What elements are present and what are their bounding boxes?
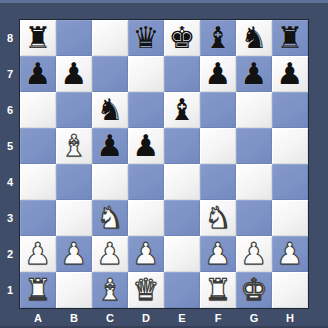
square-b8[interactable] (56, 20, 92, 56)
white-rook: ♜ (205, 272, 232, 308)
white-knight: ♞ (97, 200, 124, 236)
black-knight: ♞ (97, 92, 124, 128)
black-bishop: ♝ (169, 92, 196, 128)
black-pawn: ♟ (61, 56, 88, 92)
rank-label-5: 5 (0, 128, 20, 164)
square-g7[interactable]: ♟ (236, 56, 272, 92)
square-h3[interactable] (272, 200, 308, 236)
square-b6[interactable] (56, 92, 92, 128)
square-h1[interactable] (272, 272, 308, 308)
square-a1[interactable]: ♜ (20, 272, 56, 308)
square-f1[interactable]: ♜ (200, 272, 236, 308)
white-pawn: ♟ (133, 236, 160, 272)
chess-board: ♜♛♚♝♞♜♟♟♟♟♟♞♝♝♟♟♞♞♟♟♟♟♟♟♟♜♝♛♜♚ (20, 20, 308, 308)
square-c6[interactable]: ♞ (92, 92, 128, 128)
square-h4[interactable] (272, 164, 308, 200)
rank-label-3: 3 (0, 200, 20, 236)
square-g4[interactable] (236, 164, 272, 200)
square-e6[interactable]: ♝ (164, 92, 200, 128)
white-pawn: ♟ (61, 236, 88, 272)
black-pawn: ♟ (277, 56, 304, 92)
file-labels: ABCDEFGH (20, 308, 308, 328)
black-pawn: ♟ (25, 56, 52, 92)
square-e1[interactable] (164, 272, 200, 308)
rank-label-4: 4 (0, 164, 20, 200)
file-label-f: F (200, 308, 236, 328)
square-h8[interactable]: ♜ (272, 20, 308, 56)
file-label-b: B (56, 308, 92, 328)
white-king: ♚ (241, 272, 268, 308)
black-pawn: ♟ (241, 56, 268, 92)
square-e3[interactable] (164, 200, 200, 236)
square-a8[interactable]: ♜ (20, 20, 56, 56)
square-f4[interactable] (200, 164, 236, 200)
file-label-c: C (92, 308, 128, 328)
black-queen: ♛ (133, 20, 160, 56)
file-label-g: G (236, 308, 272, 328)
file-label-a: A (20, 308, 56, 328)
square-a4[interactable] (20, 164, 56, 200)
square-f6[interactable] (200, 92, 236, 128)
file-label-d: D (128, 308, 164, 328)
square-d8[interactable]: ♛ (128, 20, 164, 56)
square-f2[interactable]: ♟ (200, 236, 236, 272)
square-g1[interactable]: ♚ (236, 272, 272, 308)
square-h5[interactable] (272, 128, 308, 164)
square-e4[interactable] (164, 164, 200, 200)
file-label-h: H (272, 308, 308, 328)
square-a3[interactable] (20, 200, 56, 236)
black-pawn: ♟ (133, 128, 160, 164)
black-pawn: ♟ (97, 128, 124, 164)
square-a2[interactable]: ♟ (20, 236, 56, 272)
square-d1[interactable]: ♛ (128, 272, 164, 308)
square-g2[interactable]: ♟ (236, 236, 272, 272)
white-bishop: ♝ (61, 128, 88, 164)
white-bishop: ♝ (97, 272, 124, 308)
white-pawn: ♟ (97, 236, 124, 272)
white-pawn: ♟ (25, 236, 52, 272)
rank-label-8: 8 (0, 20, 20, 56)
square-a5[interactable] (20, 128, 56, 164)
square-f3[interactable]: ♞ (200, 200, 236, 236)
square-d7[interactable] (128, 56, 164, 92)
rank-labels: 87654321 (0, 20, 20, 308)
square-c1[interactable]: ♝ (92, 272, 128, 308)
square-a7[interactable]: ♟ (20, 56, 56, 92)
white-queen: ♛ (133, 272, 160, 308)
square-b4[interactable] (56, 164, 92, 200)
square-c2[interactable]: ♟ (92, 236, 128, 272)
square-g5[interactable] (236, 128, 272, 164)
square-e7[interactable] (164, 56, 200, 92)
chess-diagram: 87654321 ♜♛♚♝♞♜♟♟♟♟♟♞♝♝♟♟♞♞♟♟♟♟♟♟♟♜♝♛♜♚ … (0, 0, 328, 328)
black-rook: ♜ (25, 20, 52, 56)
square-h2[interactable]: ♟ (272, 236, 308, 272)
square-a6[interactable] (20, 92, 56, 128)
square-h6[interactable] (272, 92, 308, 128)
square-g6[interactable] (236, 92, 272, 128)
rank-label-7: 7 (0, 56, 20, 92)
square-b2[interactable]: ♟ (56, 236, 92, 272)
white-pawn: ♟ (277, 236, 304, 272)
black-king: ♚ (169, 20, 196, 56)
square-b7[interactable]: ♟ (56, 56, 92, 92)
black-knight: ♞ (241, 20, 268, 56)
black-bishop: ♝ (205, 20, 232, 56)
rank-label-2: 2 (0, 236, 20, 272)
square-f7[interactable]: ♟ (200, 56, 236, 92)
square-g3[interactable] (236, 200, 272, 236)
square-d3[interactable] (128, 200, 164, 236)
rank-label-1: 1 (0, 272, 20, 308)
square-d4[interactable] (128, 164, 164, 200)
square-d6[interactable] (128, 92, 164, 128)
square-b5[interactable]: ♝ (56, 128, 92, 164)
square-f5[interactable] (200, 128, 236, 164)
square-d5[interactable]: ♟ (128, 128, 164, 164)
black-pawn: ♟ (205, 56, 232, 92)
square-e8[interactable]: ♚ (164, 20, 200, 56)
rank-label-6: 6 (0, 92, 20, 128)
square-c8[interactable] (92, 20, 128, 56)
white-pawn: ♟ (205, 236, 232, 272)
frame-top-highlight (0, 0, 328, 3)
square-c7[interactable] (92, 56, 128, 92)
square-f8[interactable]: ♝ (200, 20, 236, 56)
square-b1[interactable] (56, 272, 92, 308)
square-e2[interactable] (164, 236, 200, 272)
square-b3[interactable] (56, 200, 92, 236)
square-c5[interactable]: ♟ (92, 128, 128, 164)
square-g8[interactable]: ♞ (236, 20, 272, 56)
black-rook: ♜ (277, 20, 304, 56)
white-knight: ♞ (205, 200, 232, 236)
white-rook: ♜ (25, 272, 52, 308)
square-d2[interactable]: ♟ (128, 236, 164, 272)
white-pawn: ♟ (241, 236, 268, 272)
square-h7[interactable]: ♟ (272, 56, 308, 92)
square-e5[interactable] (164, 128, 200, 164)
square-c4[interactable] (92, 164, 128, 200)
file-label-e: E (164, 308, 200, 328)
square-c3[interactable]: ♞ (92, 200, 128, 236)
